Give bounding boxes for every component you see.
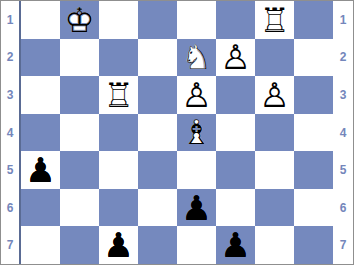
square-a7[interactable] bbox=[294, 226, 333, 264]
square-c4[interactable] bbox=[216, 114, 255, 152]
square-f7[interactable]: ♟♟ bbox=[99, 226, 138, 264]
rank-label-5-left: 5 bbox=[1, 151, 19, 189]
square-f4[interactable] bbox=[99, 114, 138, 152]
rank-label-3-right: 3 bbox=[333, 76, 353, 114]
white-rook[interactable]: ♜♖ bbox=[99, 76, 138, 114]
square-e2[interactable] bbox=[138, 39, 177, 77]
white-knight[interactable]: ♞♘ bbox=[177, 39, 216, 77]
white-king[interactable]: ♚♔ bbox=[60, 1, 99, 39]
square-c2[interactable]: ♟♙ bbox=[216, 39, 255, 77]
white-pawn[interactable]: ♟♙ bbox=[216, 39, 255, 77]
rank-label-4-left: 4 bbox=[1, 114, 19, 152]
rank-label-2-right: 2 bbox=[333, 39, 353, 77]
rank-label-7-left: 7 bbox=[1, 226, 19, 264]
rank-label-1-right: 1 bbox=[333, 1, 353, 39]
square-e4[interactable] bbox=[138, 114, 177, 152]
rank-label-1-left: 1 bbox=[1, 1, 19, 39]
square-b7[interactable] bbox=[255, 226, 294, 264]
white-pawn-glyph: ♙ bbox=[259, 78, 289, 112]
white-pawn-glyph: ♙ bbox=[220, 40, 250, 74]
square-g4[interactable] bbox=[60, 114, 99, 152]
rank-label-6-right: 6 bbox=[333, 189, 353, 227]
square-g2[interactable] bbox=[60, 39, 99, 77]
square-h3[interactable] bbox=[21, 76, 60, 114]
square-d2[interactable]: ♞♘ bbox=[177, 39, 216, 77]
square-f1[interactable] bbox=[99, 1, 138, 39]
black-pawn-glyph: ♟ bbox=[181, 191, 211, 225]
white-king-glyph: ♔ bbox=[64, 3, 94, 37]
square-h1[interactable] bbox=[21, 1, 60, 39]
square-g5[interactable] bbox=[60, 151, 99, 189]
square-d7[interactable] bbox=[177, 226, 216, 264]
square-a4[interactable] bbox=[294, 114, 333, 152]
square-e5[interactable] bbox=[138, 151, 177, 189]
square-b1[interactable]: ♜♖ bbox=[255, 1, 294, 39]
square-g1[interactable]: ♚♔ bbox=[60, 1, 99, 39]
square-g7[interactable] bbox=[60, 226, 99, 264]
black-pawn-glyph: ♟ bbox=[25, 153, 55, 187]
square-b6[interactable] bbox=[255, 189, 294, 227]
square-e6[interactable] bbox=[138, 189, 177, 227]
rank-label-3-left: 3 bbox=[1, 76, 19, 114]
square-c6[interactable] bbox=[216, 189, 255, 227]
white-bishop[interactable]: ♝♗ bbox=[177, 114, 216, 152]
rank-label-5-right: 5 bbox=[333, 151, 353, 189]
square-f3[interactable]: ♜♖ bbox=[99, 76, 138, 114]
square-b2[interactable] bbox=[255, 39, 294, 77]
square-h7[interactable] bbox=[21, 226, 60, 264]
black-pawn-glyph: ♟ bbox=[103, 228, 133, 262]
rank-labels-left: 1234567 bbox=[1, 1, 19, 264]
square-e7[interactable] bbox=[138, 226, 177, 264]
square-e3[interactable] bbox=[138, 76, 177, 114]
square-a1[interactable] bbox=[294, 1, 333, 39]
square-b3[interactable]: ♟♙ bbox=[255, 76, 294, 114]
square-e1[interactable] bbox=[138, 1, 177, 39]
rank-label-2-left: 2 bbox=[1, 39, 19, 77]
square-a5[interactable] bbox=[294, 151, 333, 189]
white-rook-glyph: ♖ bbox=[103, 78, 133, 112]
square-d4[interactable]: ♝♗ bbox=[177, 114, 216, 152]
square-d6[interactable]: ♟♟ bbox=[177, 189, 216, 227]
chess-board: ♚♔♜♖♞♘♟♙♜♖♟♙♟♙♝♗♟♟♟♟♟♟♟♟ bbox=[19, 1, 333, 264]
square-h6[interactable] bbox=[21, 189, 60, 227]
black-pawn[interactable]: ♟♟ bbox=[177, 189, 216, 227]
square-f2[interactable] bbox=[99, 39, 138, 77]
black-pawn-glyph: ♟ bbox=[220, 228, 250, 262]
rank-label-7-right: 7 bbox=[333, 226, 353, 264]
square-g6[interactable] bbox=[60, 189, 99, 227]
square-h2[interactable] bbox=[21, 39, 60, 77]
square-c1[interactable] bbox=[216, 1, 255, 39]
square-f6[interactable] bbox=[99, 189, 138, 227]
white-knight-glyph: ♘ bbox=[181, 40, 211, 74]
square-a2[interactable] bbox=[294, 39, 333, 77]
white-rook[interactable]: ♜♖ bbox=[255, 1, 294, 39]
square-f5[interactable] bbox=[99, 151, 138, 189]
square-a6[interactable] bbox=[294, 189, 333, 227]
square-b4[interactable] bbox=[255, 114, 294, 152]
square-g3[interactable] bbox=[60, 76, 99, 114]
square-d1[interactable] bbox=[177, 1, 216, 39]
square-h5[interactable]: ♟♟ bbox=[21, 151, 60, 189]
white-pawn-glyph: ♙ bbox=[181, 78, 211, 112]
square-b5[interactable] bbox=[255, 151, 294, 189]
white-pawn[interactable]: ♟♙ bbox=[255, 76, 294, 114]
square-d3[interactable]: ♟♙ bbox=[177, 76, 216, 114]
rank-label-4-right: 4 bbox=[333, 114, 353, 152]
white-pawn[interactable]: ♟♙ bbox=[177, 76, 216, 114]
white-bishop-glyph: ♗ bbox=[181, 115, 211, 149]
square-c3[interactable] bbox=[216, 76, 255, 114]
square-c5[interactable] bbox=[216, 151, 255, 189]
rank-label-6-left: 6 bbox=[1, 189, 19, 227]
chess-board-diagram: 1234567 ♚♔♜♖♞♘♟♙♜♖♟♙♟♙♝♗♟♟♟♟♟♟♟♟ 1234567 bbox=[0, 0, 354, 265]
rank-labels-right: 1234567 bbox=[333, 1, 353, 264]
black-pawn[interactable]: ♟♟ bbox=[21, 151, 60, 189]
white-rook-glyph: ♖ bbox=[259, 3, 289, 37]
square-a3[interactable] bbox=[294, 76, 333, 114]
square-h4[interactable] bbox=[21, 114, 60, 152]
black-pawn[interactable]: ♟♟ bbox=[99, 226, 138, 264]
square-c7[interactable]: ♟♟ bbox=[216, 226, 255, 264]
square-d5[interactable] bbox=[177, 151, 216, 189]
black-pawn[interactable]: ♟♟ bbox=[216, 226, 255, 264]
